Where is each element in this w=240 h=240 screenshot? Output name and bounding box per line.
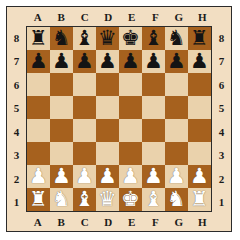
file-labels-bottom: ABCDEFGH bbox=[26, 212, 214, 231]
chess-board: ♜♞♝♛♚♝♞♜♟♟♟♟♟♟♟♟♟♟♟♟♟♟♟♟♜♞♝♛♚♝♞♜ bbox=[26, 26, 212, 212]
piece-black-knight: ♞ bbox=[167, 27, 186, 50]
square-d5[interactable] bbox=[96, 96, 119, 119]
piece-white-pawn: ♟ bbox=[167, 165, 186, 188]
piece-black-rook: ♜ bbox=[190, 27, 209, 50]
board-frame: ABCDEFGH ABCDEFGH 87654321 87654321 ♜♞♝♛… bbox=[6, 6, 232, 232]
rank-labels-left: 87654321 bbox=[7, 26, 26, 214]
rank-label-6: 6 bbox=[212, 73, 231, 97]
square-c5[interactable] bbox=[73, 96, 96, 119]
piece-white-pawn: ♟ bbox=[121, 165, 140, 188]
square-b8[interactable]: ♞ bbox=[50, 27, 73, 50]
square-f1[interactable]: ♝ bbox=[142, 188, 165, 211]
square-f4[interactable] bbox=[142, 119, 165, 142]
piece-black-pawn: ♟ bbox=[167, 50, 186, 73]
square-h5[interactable] bbox=[188, 96, 211, 119]
piece-black-pawn: ♟ bbox=[121, 50, 140, 73]
square-c2[interactable]: ♟ bbox=[73, 165, 96, 188]
square-h7[interactable]: ♟ bbox=[188, 50, 211, 73]
rank-label-4: 4 bbox=[7, 120, 26, 144]
rank-label-5: 5 bbox=[212, 97, 231, 121]
square-a4[interactable] bbox=[27, 119, 50, 142]
file-label-a: A bbox=[26, 7, 50, 26]
square-a3[interactable] bbox=[27, 142, 50, 165]
rank-label-7: 7 bbox=[7, 50, 26, 74]
piece-white-bishop: ♝ bbox=[75, 188, 94, 211]
square-h1[interactable]: ♜ bbox=[188, 188, 211, 211]
square-e6[interactable] bbox=[119, 73, 142, 96]
square-f6[interactable] bbox=[142, 73, 165, 96]
rank-label-2: 2 bbox=[212, 167, 231, 191]
rank-label-4: 4 bbox=[212, 120, 231, 144]
piece-white-pawn: ♟ bbox=[190, 165, 209, 188]
square-g6[interactable] bbox=[165, 73, 188, 96]
square-g5[interactable] bbox=[165, 96, 188, 119]
square-f2[interactable]: ♟ bbox=[142, 165, 165, 188]
square-f7[interactable]: ♟ bbox=[142, 50, 165, 73]
square-e5[interactable] bbox=[119, 96, 142, 119]
piece-black-queen: ♛ bbox=[98, 27, 117, 50]
square-a6[interactable] bbox=[27, 73, 50, 96]
file-label-h: H bbox=[191, 7, 215, 26]
square-d2[interactable]: ♟ bbox=[96, 165, 119, 188]
rank-labels-right: 87654321 bbox=[212, 26, 231, 214]
square-e8[interactable]: ♚ bbox=[119, 27, 142, 50]
piece-white-pawn: ♟ bbox=[52, 165, 71, 188]
square-f3[interactable] bbox=[142, 142, 165, 165]
square-e1[interactable]: ♚ bbox=[119, 188, 142, 211]
square-d8[interactable]: ♛ bbox=[96, 27, 119, 50]
square-c1[interactable]: ♝ bbox=[73, 188, 96, 211]
square-h6[interactable] bbox=[188, 73, 211, 96]
square-a1[interactable]: ♜ bbox=[27, 188, 50, 211]
rank-label-6: 6 bbox=[7, 73, 26, 97]
square-d6[interactable] bbox=[96, 73, 119, 96]
piece-black-pawn: ♟ bbox=[190, 50, 209, 73]
rank-label-5: 5 bbox=[7, 97, 26, 121]
piece-black-rook: ♜ bbox=[29, 27, 48, 50]
file-label-c: C bbox=[73, 7, 97, 26]
rank-label-8: 8 bbox=[212, 26, 231, 50]
piece-black-pawn: ♟ bbox=[144, 50, 163, 73]
square-a8[interactable]: ♜ bbox=[27, 27, 50, 50]
rank-label-1: 1 bbox=[7, 191, 26, 215]
square-b6[interactable] bbox=[50, 73, 73, 96]
square-c7[interactable]: ♟ bbox=[73, 50, 96, 73]
piece-white-rook: ♜ bbox=[190, 188, 209, 211]
rank-label-7: 7 bbox=[212, 50, 231, 74]
square-c8[interactable]: ♝ bbox=[73, 27, 96, 50]
piece-black-knight: ♞ bbox=[52, 27, 71, 50]
square-d4[interactable] bbox=[96, 119, 119, 142]
square-c4[interactable] bbox=[73, 119, 96, 142]
square-b1[interactable]: ♞ bbox=[50, 188, 73, 211]
piece-black-pawn: ♟ bbox=[29, 50, 48, 73]
square-a2[interactable]: ♟ bbox=[27, 165, 50, 188]
piece-black-king: ♚ bbox=[121, 27, 140, 50]
piece-black-bishop: ♝ bbox=[75, 27, 94, 50]
piece-white-queen: ♛ bbox=[98, 188, 117, 211]
square-h8[interactable]: ♜ bbox=[188, 27, 211, 50]
square-e2[interactable]: ♟ bbox=[119, 165, 142, 188]
chessboard-image: ABCDEFGH ABCDEFGH 87654321 87654321 ♜♞♝♛… bbox=[0, 0, 240, 240]
piece-black-pawn: ♟ bbox=[98, 50, 117, 73]
rank-label-3: 3 bbox=[7, 144, 26, 168]
piece-white-pawn: ♟ bbox=[75, 165, 94, 188]
piece-white-bishop: ♝ bbox=[144, 188, 163, 211]
square-c3[interactable] bbox=[73, 142, 96, 165]
square-g7[interactable]: ♟ bbox=[165, 50, 188, 73]
file-label-d: D bbox=[97, 212, 121, 231]
piece-white-pawn: ♟ bbox=[98, 165, 117, 188]
file-label-f: F bbox=[144, 7, 168, 26]
file-labels-top: ABCDEFGH bbox=[26, 7, 214, 26]
file-label-a: A bbox=[26, 212, 50, 231]
square-a7[interactable]: ♟ bbox=[27, 50, 50, 73]
square-b7[interactable]: ♟ bbox=[50, 50, 73, 73]
file-label-f: F bbox=[144, 212, 168, 231]
square-a5[interactable] bbox=[27, 96, 50, 119]
piece-white-rook: ♜ bbox=[29, 188, 48, 211]
file-label-b: B bbox=[50, 7, 74, 26]
rank-label-2: 2 bbox=[7, 167, 26, 191]
square-f8[interactable]: ♝ bbox=[142, 27, 165, 50]
square-h3[interactable] bbox=[188, 142, 211, 165]
rank-label-3: 3 bbox=[212, 144, 231, 168]
piece-black-pawn: ♟ bbox=[52, 50, 71, 73]
square-e3[interactable] bbox=[119, 142, 142, 165]
square-f5[interactable] bbox=[142, 96, 165, 119]
file-label-g: G bbox=[167, 212, 191, 231]
piece-white-knight: ♞ bbox=[52, 188, 71, 211]
piece-white-king: ♚ bbox=[121, 188, 140, 211]
square-g3[interactable] bbox=[165, 142, 188, 165]
square-g1[interactable]: ♞ bbox=[165, 188, 188, 211]
piece-white-pawn: ♟ bbox=[29, 165, 48, 188]
square-g8[interactable]: ♞ bbox=[165, 27, 188, 50]
file-label-d: D bbox=[97, 7, 121, 26]
square-d3[interactable] bbox=[96, 142, 119, 165]
square-e4[interactable] bbox=[119, 119, 142, 142]
square-g2[interactable]: ♟ bbox=[165, 165, 188, 188]
piece-white-knight: ♞ bbox=[167, 188, 186, 211]
square-h4[interactable] bbox=[188, 119, 211, 142]
rank-label-1: 1 bbox=[212, 191, 231, 215]
piece-black-pawn: ♟ bbox=[75, 50, 94, 73]
square-c6[interactable] bbox=[73, 73, 96, 96]
file-label-h: H bbox=[191, 212, 215, 231]
file-label-c: C bbox=[73, 212, 97, 231]
square-b2[interactable]: ♟ bbox=[50, 165, 73, 188]
square-h2[interactable]: ♟ bbox=[188, 165, 211, 188]
square-b5[interactable] bbox=[50, 96, 73, 119]
piece-black-bishop: ♝ bbox=[144, 27, 163, 50]
file-label-b: B bbox=[50, 212, 74, 231]
file-label-e: E bbox=[120, 7, 144, 26]
square-d1[interactable]: ♛ bbox=[96, 188, 119, 211]
square-e7[interactable]: ♟ bbox=[119, 50, 142, 73]
square-g4[interactable] bbox=[165, 119, 188, 142]
square-b3[interactable] bbox=[50, 142, 73, 165]
file-label-g: G bbox=[167, 7, 191, 26]
file-label-e: E bbox=[120, 212, 144, 231]
square-d7[interactable]: ♟ bbox=[96, 50, 119, 73]
piece-white-pawn: ♟ bbox=[144, 165, 163, 188]
rank-label-8: 8 bbox=[7, 26, 26, 50]
square-b4[interactable] bbox=[50, 119, 73, 142]
